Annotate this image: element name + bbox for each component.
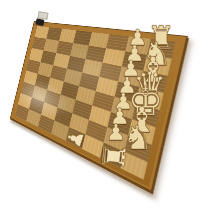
- board-clasp-icon: [35, 18, 44, 26]
- photo-stage: ♟♜♟♞♟♝♟♛♟♚♟♝♟♟♞♜: [0, 0, 214, 214]
- piece-white-rook-h2[interactable]: ♜: [96, 140, 129, 174]
